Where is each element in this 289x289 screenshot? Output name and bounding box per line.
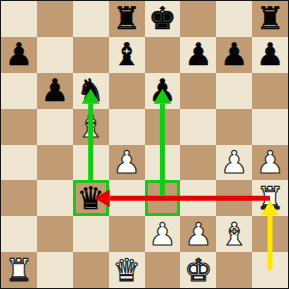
black-pawn-g7[interactable]: ♟ — [220, 39, 248, 70]
square-b8[interactable] — [37, 1, 73, 37]
square-h7[interactable]: ♟ — [252, 37, 288, 73]
black-rook-h8[interactable]: ♜ — [256, 3, 284, 34]
square-e4[interactable] — [145, 145, 181, 181]
square-e3[interactable] — [145, 180, 181, 216]
square-g2[interactable]: ♝ — [216, 216, 252, 252]
white-pawn-f2[interactable]: ♟ — [184, 219, 212, 250]
square-b5[interactable] — [37, 109, 73, 145]
square-g1[interactable] — [216, 252, 252, 288]
square-a7[interactable]: ♟ — [1, 37, 37, 73]
square-b1[interactable] — [37, 252, 73, 288]
white-queen-d1[interactable]: ♛ — [113, 255, 141, 286]
square-h2[interactable] — [252, 216, 288, 252]
square-c2[interactable] — [73, 216, 109, 252]
black-pawn-b6[interactable]: ♟ — [41, 75, 69, 106]
square-e5[interactable] — [145, 109, 181, 145]
square-d1[interactable]: ♛ — [109, 252, 145, 288]
white-pawn-h4[interactable]: ♟ — [256, 147, 284, 178]
square-g6[interactable] — [216, 73, 252, 109]
black-pawn-a7[interactable]: ♟ — [5, 39, 33, 70]
square-c3[interactable]: ♛ — [73, 180, 109, 216]
square-d5[interactable] — [109, 109, 145, 145]
square-h3[interactable]: ♜ — [252, 180, 288, 216]
square-e6[interactable]: ♟ — [145, 73, 181, 109]
square-a8[interactable] — [1, 1, 37, 37]
square-f5[interactable] — [180, 109, 216, 145]
square-c4[interactable] — [73, 145, 109, 181]
black-rook-d8[interactable]: ♜ — [113, 3, 141, 34]
square-c1[interactable] — [73, 252, 109, 288]
square-f4[interactable] — [180, 145, 216, 181]
square-e2[interactable]: ♟ — [145, 216, 181, 252]
square-b4[interactable] — [37, 145, 73, 181]
square-f3[interactable] — [180, 180, 216, 216]
square-f2[interactable]: ♟ — [180, 216, 216, 252]
square-f1[interactable]: ♚ — [180, 252, 216, 288]
square-b6[interactable]: ♟ — [37, 73, 73, 109]
square-c8[interactable] — [73, 1, 109, 37]
square-a1[interactable]: ♜ — [1, 252, 37, 288]
square-a3[interactable] — [1, 180, 37, 216]
square-d8[interactable]: ♜ — [109, 1, 145, 37]
black-queen-c3[interactable]: ♛ — [77, 183, 105, 214]
black-pawn-h7[interactable]: ♟ — [256, 39, 284, 70]
chess-board: ♜♚♜♟♝♟♟♟♟♞♟♝♟♟♟♛♜♟♟♝♜♛♚ — [0, 0, 289, 289]
square-a5[interactable] — [1, 109, 37, 145]
square-a4[interactable] — [1, 145, 37, 181]
board-squares: ♜♚♜♟♝♟♟♟♟♞♟♝♟♟♟♛♜♟♟♝♜♛♚ — [1, 1, 288, 288]
black-king-e8[interactable]: ♚ — [149, 3, 177, 34]
square-f6[interactable] — [180, 73, 216, 109]
square-c5[interactable]: ♝ — [73, 109, 109, 145]
square-d4[interactable]: ♟ — [109, 145, 145, 181]
black-bishop-d7[interactable]: ♝ — [113, 39, 141, 70]
square-g4[interactable]: ♟ — [216, 145, 252, 181]
square-e7[interactable] — [145, 37, 181, 73]
square-f8[interactable] — [180, 1, 216, 37]
white-pawn-e2[interactable]: ♟ — [149, 219, 177, 250]
white-king-f1[interactable]: ♚ — [184, 255, 212, 286]
square-b3[interactable] — [37, 180, 73, 216]
square-b2[interactable] — [37, 216, 73, 252]
square-b7[interactable] — [37, 37, 73, 73]
square-e1[interactable] — [145, 252, 181, 288]
square-a2[interactable] — [1, 216, 37, 252]
white-rook-a1[interactable]: ♜ — [5, 255, 33, 286]
square-h4[interactable]: ♟ — [252, 145, 288, 181]
square-g8[interactable] — [216, 1, 252, 37]
black-knight-c6[interactable]: ♞ — [77, 75, 105, 106]
white-rook-h3[interactable]: ♜ — [256, 183, 284, 214]
white-pawn-g4[interactable]: ♟ — [220, 147, 248, 178]
square-h1[interactable] — [252, 252, 288, 288]
white-pawn-d4[interactable]: ♟ — [113, 147, 141, 178]
square-g7[interactable]: ♟ — [216, 37, 252, 73]
square-e8[interactable]: ♚ — [145, 1, 181, 37]
white-bishop-c5[interactable]: ♝ — [77, 111, 105, 142]
square-h6[interactable] — [252, 73, 288, 109]
black-pawn-f7[interactable]: ♟ — [184, 39, 212, 70]
square-g5[interactable] — [216, 109, 252, 145]
black-pawn-e6[interactable]: ♟ — [149, 75, 177, 106]
square-d7[interactable]: ♝ — [109, 37, 145, 73]
square-d2[interactable] — [109, 216, 145, 252]
square-g3[interactable] — [216, 180, 252, 216]
square-d6[interactable] — [109, 73, 145, 109]
square-h8[interactable]: ♜ — [252, 1, 288, 37]
square-c6[interactable]: ♞ — [73, 73, 109, 109]
square-a6[interactable] — [1, 73, 37, 109]
square-c7[interactable] — [73, 37, 109, 73]
square-h5[interactable] — [252, 109, 288, 145]
square-f7[interactable]: ♟ — [180, 37, 216, 73]
white-bishop-g2[interactable]: ♝ — [220, 219, 248, 250]
square-d3[interactable] — [109, 180, 145, 216]
